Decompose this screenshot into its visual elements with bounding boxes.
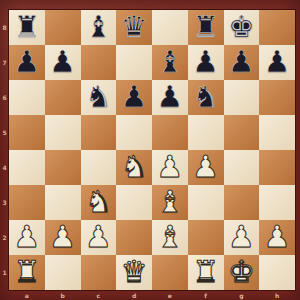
square-g7[interactable]: ♟ bbox=[224, 45, 260, 80]
piece-black-rook-a8[interactable]: ♜ bbox=[13, 12, 40, 42]
piece-black-pawn-h7[interactable]: ♟ bbox=[264, 47, 291, 77]
square-b1[interactable] bbox=[45, 255, 81, 290]
square-e3[interactable]: ♝ bbox=[152, 185, 188, 220]
rank-labels: 87654321 bbox=[0, 10, 9, 290]
square-g8[interactable]: ♚ bbox=[224, 10, 260, 45]
piece-white-bishop-e3[interactable]: ♝ bbox=[156, 187, 183, 217]
square-h5[interactable] bbox=[259, 115, 295, 150]
square-d6[interactable]: ♟ bbox=[116, 80, 152, 115]
square-a7[interactable]: ♟ bbox=[9, 45, 45, 80]
piece-white-pawn-h2[interactable]: ♟ bbox=[264, 222, 291, 252]
square-a4[interactable] bbox=[9, 150, 45, 185]
square-d5[interactable] bbox=[116, 115, 152, 150]
rank-label-1: 1 bbox=[0, 255, 9, 290]
square-g6[interactable] bbox=[224, 80, 260, 115]
square-f2[interactable] bbox=[188, 220, 224, 255]
piece-white-pawn-g2[interactable]: ♟ bbox=[228, 222, 255, 252]
square-c6[interactable]: ♞ bbox=[81, 80, 117, 115]
rank-label-7: 7 bbox=[0, 45, 9, 80]
square-d4[interactable]: ♞ bbox=[116, 150, 152, 185]
piece-black-king-g8[interactable]: ♚ bbox=[228, 12, 255, 42]
square-g2[interactable]: ♟ bbox=[224, 220, 260, 255]
file-label-d: d bbox=[116, 290, 152, 300]
square-e6[interactable]: ♟ bbox=[152, 80, 188, 115]
piece-white-bishop-e2[interactable]: ♝ bbox=[156, 222, 183, 252]
square-e4[interactable]: ♟ bbox=[152, 150, 188, 185]
square-g1[interactable]: ♚ bbox=[224, 255, 260, 290]
square-b8[interactable] bbox=[45, 10, 81, 45]
piece-white-pawn-a2[interactable]: ♟ bbox=[13, 222, 40, 252]
square-e2[interactable]: ♝ bbox=[152, 220, 188, 255]
piece-black-pawn-a7[interactable]: ♟ bbox=[13, 47, 40, 77]
square-a8[interactable]: ♜ bbox=[9, 10, 45, 45]
square-b3[interactable] bbox=[45, 185, 81, 220]
square-a5[interactable] bbox=[9, 115, 45, 150]
square-h7[interactable]: ♟ bbox=[259, 45, 295, 80]
square-c2[interactable]: ♟ bbox=[81, 220, 117, 255]
piece-black-bishop-c8[interactable]: ♝ bbox=[85, 12, 112, 42]
piece-black-knight-c6[interactable]: ♞ bbox=[85, 82, 112, 112]
square-e1[interactable] bbox=[152, 255, 188, 290]
square-c3[interactable]: ♞ bbox=[81, 185, 117, 220]
piece-white-pawn-b2[interactable]: ♟ bbox=[49, 222, 76, 252]
square-b4[interactable] bbox=[45, 150, 81, 185]
piece-black-pawn-d6[interactable]: ♟ bbox=[121, 82, 148, 112]
square-f5[interactable] bbox=[188, 115, 224, 150]
file-labels: abcdefgh bbox=[9, 290, 295, 300]
piece-black-pawn-b7[interactable]: ♟ bbox=[49, 47, 76, 77]
square-d8[interactable]: ♛ bbox=[116, 10, 152, 45]
square-c8[interactable]: ♝ bbox=[81, 10, 117, 45]
rank-label-4: 4 bbox=[0, 150, 9, 185]
square-f7[interactable]: ♟ bbox=[188, 45, 224, 80]
file-label-f: f bbox=[188, 290, 224, 300]
piece-black-queen-d8[interactable]: ♛ bbox=[121, 12, 148, 42]
piece-black-pawn-g7[interactable]: ♟ bbox=[228, 47, 255, 77]
square-b6[interactable] bbox=[45, 80, 81, 115]
square-c5[interactable] bbox=[81, 115, 117, 150]
square-d7[interactable] bbox=[116, 45, 152, 80]
square-h6[interactable] bbox=[259, 80, 295, 115]
rank-label-3: 3 bbox=[0, 185, 9, 220]
square-c1[interactable] bbox=[81, 255, 117, 290]
square-c7[interactable] bbox=[81, 45, 117, 80]
file-label-a: a bbox=[9, 290, 45, 300]
square-a3[interactable] bbox=[9, 185, 45, 220]
square-d3[interactable] bbox=[116, 185, 152, 220]
square-e8[interactable] bbox=[152, 10, 188, 45]
piece-white-king-g1[interactable]: ♚ bbox=[228, 257, 255, 287]
square-a6[interactable] bbox=[9, 80, 45, 115]
file-label-c: c bbox=[81, 290, 117, 300]
piece-white-pawn-f4[interactable]: ♟ bbox=[192, 152, 219, 182]
chess-board-frame: ♜♝♛♜♚♟♟♝♟♟♟♞♟♟♞♞♟♟♞♝♟♟♟♝♟♟♜♛♜♚ 87654321 … bbox=[0, 0, 300, 300]
rank-label-6: 6 bbox=[0, 80, 9, 115]
rank-label-5: 5 bbox=[0, 115, 9, 150]
chess-board: ♜♝♛♜♚♟♟♝♟♟♟♞♟♟♞♞♟♟♞♝♟♟♟♝♟♟♜♛♜♚ bbox=[9, 10, 295, 290]
square-b5[interactable] bbox=[45, 115, 81, 150]
piece-white-rook-f1[interactable]: ♜ bbox=[192, 257, 219, 287]
square-d2[interactable] bbox=[116, 220, 152, 255]
square-h3[interactable] bbox=[259, 185, 295, 220]
square-f8[interactable]: ♜ bbox=[188, 10, 224, 45]
square-d1[interactable]: ♛ bbox=[116, 255, 152, 290]
square-b2[interactable]: ♟ bbox=[45, 220, 81, 255]
file-label-h: h bbox=[259, 290, 295, 300]
square-h4[interactable] bbox=[259, 150, 295, 185]
square-b7[interactable]: ♟ bbox=[45, 45, 81, 80]
piece-white-knight-c3[interactable]: ♞ bbox=[85, 187, 112, 217]
square-f4[interactable]: ♟ bbox=[188, 150, 224, 185]
square-f3[interactable] bbox=[188, 185, 224, 220]
piece-black-knight-f6[interactable]: ♞ bbox=[192, 82, 219, 112]
file-label-b: b bbox=[45, 290, 81, 300]
rank-label-2: 2 bbox=[0, 220, 9, 255]
square-a2[interactable]: ♟ bbox=[9, 220, 45, 255]
square-h1[interactable] bbox=[259, 255, 295, 290]
piece-black-rook-f8[interactable]: ♜ bbox=[192, 12, 219, 42]
piece-black-pawn-e6[interactable]: ♟ bbox=[156, 82, 183, 112]
square-c4[interactable] bbox=[81, 150, 117, 185]
square-e7[interactable]: ♝ bbox=[152, 45, 188, 80]
piece-white-pawn-e4[interactable]: ♟ bbox=[156, 152, 183, 182]
square-a1[interactable]: ♜ bbox=[9, 255, 45, 290]
square-f1[interactable]: ♜ bbox=[188, 255, 224, 290]
piece-white-queen-d1[interactable]: ♛ bbox=[121, 257, 148, 287]
square-g4[interactable] bbox=[224, 150, 260, 185]
piece-black-bishop-e7[interactable]: ♝ bbox=[156, 47, 183, 77]
square-g3[interactable] bbox=[224, 185, 260, 220]
square-e5[interactable] bbox=[152, 115, 188, 150]
square-h8[interactable] bbox=[259, 10, 295, 45]
square-h2[interactable]: ♟ bbox=[259, 220, 295, 255]
piece-white-rook-a1[interactable]: ♜ bbox=[13, 257, 40, 287]
square-g5[interactable] bbox=[224, 115, 260, 150]
piece-white-pawn-c2[interactable]: ♟ bbox=[85, 222, 112, 252]
piece-white-knight-d4[interactable]: ♞ bbox=[121, 152, 148, 182]
file-label-e: e bbox=[152, 290, 188, 300]
rank-label-8: 8 bbox=[0, 10, 9, 45]
piece-black-pawn-f7[interactable]: ♟ bbox=[192, 47, 219, 77]
file-label-g: g bbox=[224, 290, 260, 300]
square-f6[interactable]: ♞ bbox=[188, 80, 224, 115]
